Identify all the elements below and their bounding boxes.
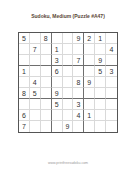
cell-r1c1[interactable]: 5: [19, 33, 30, 44]
cell-r5c7[interactable]: 9: [84, 77, 95, 88]
cell-r3c1[interactable]: [19, 55, 30, 66]
cell-r1c7[interactable]: 2: [84, 33, 95, 44]
cell-r7c7[interactable]: [84, 99, 95, 110]
cell-r7c8[interactable]: [95, 99, 106, 110]
footer-url: www.printfreesudoku.com: [0, 161, 136, 165]
cell-r7c5[interactable]: [63, 99, 74, 110]
cell-r1c8[interactable]: 1: [95, 33, 106, 44]
cell-r8c6[interactable]: 4: [73, 110, 84, 121]
cell-r3c7[interactable]: [84, 55, 95, 66]
cell-r3c4[interactable]: 3: [52, 55, 63, 66]
cell-r9c2[interactable]: [30, 121, 41, 132]
cell-r6c5[interactable]: [63, 88, 74, 99]
cell-r4c2[interactable]: [30, 66, 41, 77]
cell-r7c9[interactable]: [106, 99, 117, 110]
cell-r8c8[interactable]: [95, 110, 106, 121]
cell-r8c3[interactable]: [41, 110, 52, 121]
sudoku-grid: 5892171437916534898595364179: [18, 32, 118, 133]
cell-r6c9[interactable]: [106, 88, 117, 99]
cell-r2c7[interactable]: [84, 44, 95, 55]
cell-r2c3[interactable]: [41, 44, 52, 55]
page-title: Sudoku, Medium (Puzzle #A47): [0, 13, 136, 19]
cell-r7c4[interactable]: 5: [52, 99, 63, 110]
cell-r1c3[interactable]: 8: [41, 33, 52, 44]
cell-r3c6[interactable]: 7: [73, 55, 84, 66]
cell-r5c2[interactable]: 4: [30, 77, 41, 88]
cell-r9c4[interactable]: [52, 121, 63, 132]
cell-r2c8[interactable]: [95, 44, 106, 55]
cell-r4c4[interactable]: 6: [52, 66, 63, 77]
cell-r6c7[interactable]: [84, 88, 95, 99]
cell-r1c5[interactable]: [63, 33, 74, 44]
cell-r3c8[interactable]: 9: [95, 55, 106, 66]
cell-r3c5[interactable]: [63, 55, 74, 66]
cell-r7c2[interactable]: [30, 99, 41, 110]
cell-r5c6[interactable]: 8: [73, 77, 84, 88]
cell-r9c6[interactable]: [73, 121, 84, 132]
cell-r6c2[interactable]: 5: [30, 88, 41, 99]
cell-r5c9[interactable]: [106, 77, 117, 88]
cell-r9c3[interactable]: [41, 121, 52, 132]
cell-r4c9[interactable]: 3: [106, 66, 117, 77]
cell-r9c9[interactable]: [106, 121, 117, 132]
cell-r5c1[interactable]: [19, 77, 30, 88]
cell-r5c8[interactable]: [95, 77, 106, 88]
cell-r2c6[interactable]: [73, 44, 84, 55]
cell-r5c5[interactable]: [63, 77, 74, 88]
cell-r5c3[interactable]: [41, 77, 52, 88]
cell-r9c8[interactable]: [95, 121, 106, 132]
cell-r2c5[interactable]: [63, 44, 74, 55]
cell-r3c3[interactable]: [41, 55, 52, 66]
cell-r6c6[interactable]: [73, 88, 84, 99]
cell-r6c4[interactable]: 9: [52, 88, 63, 99]
cell-r8c4[interactable]: [52, 110, 63, 121]
cell-r5c4[interactable]: [52, 77, 63, 88]
cell-r4c7[interactable]: [84, 66, 95, 77]
cell-r8c1[interactable]: 6: [19, 110, 30, 121]
cell-r6c1[interactable]: 8: [19, 88, 30, 99]
cell-r1c6[interactable]: 9: [73, 33, 84, 44]
cell-r7c6[interactable]: 3: [73, 99, 84, 110]
cell-r1c4[interactable]: [52, 33, 63, 44]
cell-r3c9[interactable]: [106, 55, 117, 66]
cell-r2c2[interactable]: 7: [30, 44, 41, 55]
cell-r1c2[interactable]: [30, 33, 41, 44]
cell-r8c5[interactable]: [63, 110, 74, 121]
cell-r7c1[interactable]: [19, 99, 30, 110]
cell-r9c7[interactable]: [84, 121, 95, 132]
cell-r8c9[interactable]: [106, 110, 117, 121]
cell-r3c2[interactable]: [30, 55, 41, 66]
cell-r8c7[interactable]: 1: [84, 110, 95, 121]
cell-r7c3[interactable]: [41, 99, 52, 110]
cell-r9c5[interactable]: 9: [63, 121, 74, 132]
cell-r2c9[interactable]: 4: [106, 44, 117, 55]
cell-r6c8[interactable]: [95, 88, 106, 99]
cell-r8c2[interactable]: [30, 110, 41, 121]
cell-r4c8[interactable]: 5: [95, 66, 106, 77]
cell-r2c4[interactable]: 1: [52, 44, 63, 55]
cell-r4c6[interactable]: [73, 66, 84, 77]
cell-r1c9[interactable]: [106, 33, 117, 44]
cell-r9c1[interactable]: 7: [19, 121, 30, 132]
cell-r4c1[interactable]: 1: [19, 66, 30, 77]
cell-r4c3[interactable]: [41, 66, 52, 77]
cell-r6c3[interactable]: [41, 88, 52, 99]
cell-r4c5[interactable]: [63, 66, 74, 77]
cell-r2c1[interactable]: [19, 44, 30, 55]
